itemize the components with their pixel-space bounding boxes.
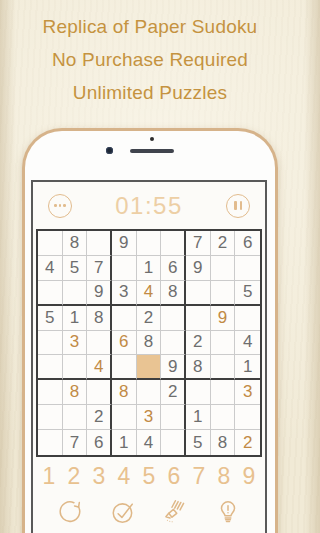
number-pad: 123456789 bbox=[33, 457, 265, 490]
sudoku-cell-r2c5[interactable]: 1 bbox=[137, 256, 162, 281]
check-button[interactable] bbox=[109, 498, 137, 526]
sudoku-cell-r7c8[interactable] bbox=[211, 380, 236, 405]
sudoku-cell-r6c3[interactable]: 4 bbox=[87, 355, 112, 380]
sudoku-cell-r1c1[interactable] bbox=[38, 231, 63, 256]
sudoku-cell-r5c1[interactable] bbox=[38, 331, 63, 356]
game-timer: 01:55 bbox=[115, 192, 183, 220]
numpad-digit-9[interactable]: 9 bbox=[238, 463, 260, 490]
sudoku-cell-r5c8[interactable] bbox=[211, 331, 236, 356]
sudoku-cell-r2c1[interactable]: 4 bbox=[38, 256, 63, 281]
sudoku-cell-r4c5[interactable]: 2 bbox=[137, 306, 162, 331]
sudoku-cell-r8c3[interactable]: 2 bbox=[87, 405, 112, 430]
sudoku-cell-r5c6[interactable] bbox=[161, 331, 186, 356]
sudoku-cell-r9c7[interactable]: 5 bbox=[186, 430, 211, 455]
sudoku-cell-r8c4[interactable] bbox=[112, 405, 137, 430]
sudoku-cell-r5c5[interactable]: 8 bbox=[137, 331, 162, 356]
notes-pencil-button[interactable] bbox=[161, 498, 189, 526]
sudoku-cell-r1c7[interactable]: 7 bbox=[186, 231, 211, 256]
hint-button[interactable] bbox=[214, 498, 242, 526]
sudoku-cell-r2c3[interactable]: 7 bbox=[87, 256, 112, 281]
sudoku-cell-r3c3[interactable]: 9 bbox=[87, 281, 112, 306]
numpad-digit-6[interactable]: 6 bbox=[163, 463, 185, 490]
sudoku-cell-r6c6[interactable]: 9 bbox=[161, 355, 186, 380]
sudoku-cell-r2c4[interactable] bbox=[112, 256, 137, 281]
sudoku-cell-r2c7[interactable]: 9 bbox=[186, 256, 211, 281]
sudoku-cell-r7c1[interactable] bbox=[38, 380, 63, 405]
sudoku-cell-r4c8[interactable]: 9 bbox=[211, 306, 236, 331]
sudoku-cell-r3c8[interactable] bbox=[211, 281, 236, 306]
sudoku-cell-r1c2[interactable]: 8 bbox=[63, 231, 88, 256]
sudoku-cell-r7c5[interactable] bbox=[137, 380, 162, 405]
sudoku-cell-r3c4[interactable]: 3 bbox=[112, 281, 137, 306]
sudoku-cell-r6c2[interactable] bbox=[63, 355, 88, 380]
sudoku-cell-r3c7[interactable] bbox=[186, 281, 211, 306]
sudoku-cell-r5c4[interactable]: 6 bbox=[112, 331, 137, 356]
numpad-digit-4[interactable]: 4 bbox=[113, 463, 135, 490]
sudoku-cell-r7c3[interactable] bbox=[87, 380, 112, 405]
bottom-toolbar bbox=[33, 490, 265, 526]
sudoku-cell-r9c3[interactable]: 6 bbox=[87, 430, 112, 455]
sudoku-cell-r2c8[interactable] bbox=[211, 256, 236, 281]
numpad-digit-1[interactable]: 1 bbox=[38, 463, 60, 490]
sudoku-cell-r9c6[interactable] bbox=[161, 430, 186, 455]
numpad-digit-5[interactable]: 5 bbox=[138, 463, 160, 490]
sudoku-cell-r7c6[interactable]: 2 bbox=[161, 380, 186, 405]
numpad-digit-7[interactable]: 7 bbox=[188, 463, 210, 490]
sudoku-cell-r1c6[interactable] bbox=[161, 231, 186, 256]
sudoku-cell-r1c5[interactable] bbox=[137, 231, 162, 256]
pause-icon bbox=[234, 201, 242, 210]
sudoku-cell-r7c2[interactable]: 8 bbox=[63, 380, 88, 405]
sudoku-cell-r9c4[interactable]: 1 bbox=[112, 430, 137, 455]
sudoku-cell-r4c4[interactable] bbox=[112, 306, 137, 331]
sudoku-cell-r6c5[interactable] bbox=[137, 355, 162, 380]
numpad-digit-3[interactable]: 3 bbox=[88, 463, 110, 490]
earpiece-speaker bbox=[130, 149, 174, 153]
sudoku-cell-r6c8[interactable] bbox=[211, 355, 236, 380]
sudoku-cell-r6c9[interactable]: 1 bbox=[235, 355, 260, 380]
numpad-digit-2[interactable]: 2 bbox=[63, 463, 85, 490]
app-screen: 01:55 8972645716993485518293682449818823… bbox=[31, 180, 267, 533]
sudoku-cell-r2c9[interactable] bbox=[235, 256, 260, 281]
sudoku-cell-r8c1[interactable] bbox=[38, 405, 63, 430]
sudoku-cell-r2c6[interactable]: 6 bbox=[161, 256, 186, 281]
undo-button[interactable] bbox=[56, 498, 84, 526]
sudoku-cell-r9c2[interactable]: 7 bbox=[63, 430, 88, 455]
app-header: 01:55 bbox=[33, 182, 265, 229]
sudoku-cell-r9c5[interactable]: 4 bbox=[137, 430, 162, 455]
marketing-taglines: Replica of Paper Sudoku No Purchase Requ… bbox=[0, 10, 300, 109]
sudoku-cell-r1c8[interactable]: 2 bbox=[211, 231, 236, 256]
sudoku-cell-r9c8[interactable]: 8 bbox=[211, 430, 236, 455]
sudoku-cell-r4c2[interactable]: 1 bbox=[63, 306, 88, 331]
sudoku-cell-r3c5[interactable]: 4 bbox=[137, 281, 162, 306]
pause-button[interactable] bbox=[226, 194, 250, 218]
sudoku-cell-r5c3[interactable] bbox=[87, 331, 112, 356]
sudoku-cell-r8c2[interactable] bbox=[63, 405, 88, 430]
sudoku-cell-r4c7[interactable] bbox=[186, 306, 211, 331]
numpad-digit-8[interactable]: 8 bbox=[213, 463, 235, 490]
menu-button[interactable] bbox=[48, 194, 72, 218]
sudoku-cell-r4c6[interactable] bbox=[161, 306, 186, 331]
check-icon bbox=[110, 499, 136, 525]
sudoku-cell-r3c2[interactable] bbox=[63, 281, 88, 306]
sudoku-cell-r9c9[interactable]: 2 bbox=[235, 430, 260, 455]
sudoku-cell-r5c9[interactable]: 4 bbox=[235, 331, 260, 356]
sudoku-cell-r3c9[interactable]: 5 bbox=[235, 281, 260, 306]
sudoku-cell-r3c1[interactable] bbox=[38, 281, 63, 306]
sudoku-cell-r4c3[interactable]: 8 bbox=[87, 306, 112, 331]
sudoku-cell-r2c2[interactable]: 5 bbox=[63, 256, 88, 281]
sudoku-board: 8972645716993485518293682449818823231761… bbox=[36, 229, 262, 457]
sudoku-cell-r7c7[interactable] bbox=[186, 380, 211, 405]
iphone-mockup: 01:55 8972645716993485518293682449818823… bbox=[22, 128, 278, 533]
sudoku-cell-r1c4[interactable]: 9 bbox=[112, 231, 137, 256]
sudoku-cell-r6c7[interactable]: 8 bbox=[186, 355, 211, 380]
sudoku-cell-r9c1[interactable] bbox=[38, 430, 63, 455]
sudoku-cell-r7c9[interactable]: 3 bbox=[235, 380, 260, 405]
sudoku-cell-r5c7[interactable]: 2 bbox=[186, 331, 211, 356]
tagline-line-3: Unlimited Puzzles bbox=[0, 76, 300, 109]
sudoku-cell-r8c7[interactable]: 1 bbox=[186, 405, 211, 430]
sudoku-cell-r6c4[interactable] bbox=[112, 355, 137, 380]
proximity-sensor-dot bbox=[150, 137, 154, 141]
tagline-line-1: Replica of Paper Sudoku bbox=[0, 10, 300, 43]
ellipsis-icon bbox=[54, 204, 57, 207]
sudoku-cell-r8c8[interactable] bbox=[211, 405, 236, 430]
sudoku-cell-r1c9[interactable]: 6 bbox=[235, 231, 260, 256]
sudoku-cell-r6c1[interactable] bbox=[38, 355, 63, 380]
sudoku-cell-r7c4[interactable]: 8 bbox=[112, 380, 137, 405]
sudoku-cell-r8c5[interactable]: 3 bbox=[137, 405, 162, 430]
sudoku-cell-r1c3[interactable] bbox=[87, 231, 112, 256]
pencil-icon bbox=[162, 499, 188, 525]
sudoku-cell-r4c1[interactable]: 5 bbox=[38, 306, 63, 331]
sudoku-cell-r8c6[interactable] bbox=[161, 405, 186, 430]
tagline-line-2: No Purchase Required bbox=[0, 43, 300, 76]
sudoku-cell-r5c2[interactable]: 3 bbox=[63, 331, 88, 356]
undo-icon bbox=[57, 499, 83, 525]
sudoku-cell-r8c9[interactable] bbox=[235, 405, 260, 430]
front-camera-icon bbox=[106, 147, 113, 154]
hint-icon bbox=[215, 499, 241, 525]
sudoku-cell-r3c6[interactable]: 8 bbox=[161, 281, 186, 306]
sudoku-cell-r4c9[interactable] bbox=[235, 306, 260, 331]
